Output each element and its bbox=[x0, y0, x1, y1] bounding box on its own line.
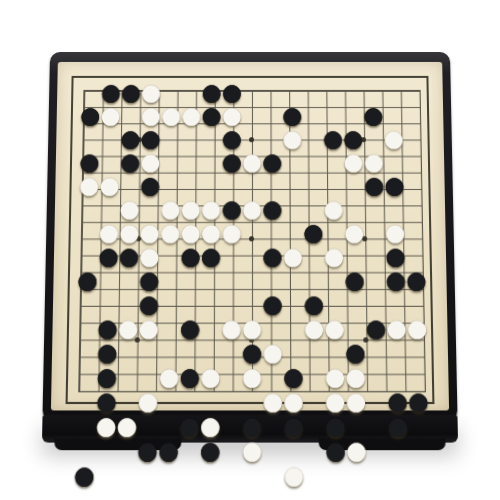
intersection[interactable]: ● bbox=[221, 317, 242, 341]
intersection[interactable] bbox=[425, 175, 432, 198]
black-stone[interactable]: ● bbox=[158, 438, 179, 463]
black-stone[interactable]: ● bbox=[120, 127, 141, 150]
white-stone[interactable]: ● bbox=[323, 197, 344, 221]
intersection[interactable] bbox=[283, 269, 304, 293]
intersection[interactable]: ● bbox=[119, 246, 140, 270]
intersection[interactable] bbox=[221, 366, 242, 390]
white-stone[interactable]: ● bbox=[221, 221, 241, 245]
intersection[interactable]: ● bbox=[385, 269, 406, 293]
intersection[interactable] bbox=[424, 105, 431, 128]
black-stone[interactable]: ● bbox=[283, 365, 304, 389]
intersection[interactable]: ● bbox=[180, 317, 201, 341]
intersection[interactable]: ● bbox=[282, 128, 302, 151]
intersection[interactable] bbox=[303, 128, 323, 151]
intersection[interactable] bbox=[427, 293, 434, 317]
intersection[interactable] bbox=[262, 415, 283, 440]
intersection[interactable]: ● bbox=[200, 439, 221, 464]
intersection[interactable] bbox=[426, 246, 433, 270]
white-stone[interactable]: ● bbox=[343, 150, 364, 173]
white-stone[interactable]: ● bbox=[95, 414, 116, 439]
white-stone[interactable]: ● bbox=[200, 414, 221, 439]
intersection[interactable] bbox=[76, 317, 97, 341]
intersection[interactable]: ● bbox=[407, 317, 428, 341]
black-stone[interactable]: ● bbox=[179, 365, 200, 389]
intersection[interactable]: ● bbox=[158, 439, 179, 464]
white-stone[interactable]: ● bbox=[242, 197, 262, 221]
intersection[interactable] bbox=[158, 464, 179, 489]
intersection[interactable] bbox=[325, 464, 346, 489]
intersection[interactable] bbox=[430, 464, 437, 489]
black-stone[interactable]: ● bbox=[262, 150, 282, 173]
black-stone[interactable]: ● bbox=[74, 463, 95, 488]
intersection[interactable] bbox=[181, 151, 201, 174]
intersection[interactable]: ● bbox=[406, 269, 427, 293]
intersection[interactable]: ● bbox=[262, 390, 283, 415]
white-stone[interactable]: ● bbox=[100, 104, 121, 127]
white-stone[interactable]: ● bbox=[138, 389, 159, 414]
white-stone[interactable]: ● bbox=[242, 150, 262, 173]
intersection[interactable] bbox=[304, 464, 325, 489]
white-stone[interactable]: ● bbox=[159, 365, 180, 389]
intersection[interactable]: ● bbox=[283, 246, 304, 270]
intersection[interactable] bbox=[383, 82, 404, 105]
intersection[interactable] bbox=[179, 439, 200, 464]
black-stone[interactable]: ● bbox=[139, 268, 160, 292]
intersection[interactable] bbox=[221, 439, 242, 464]
intersection[interactable] bbox=[323, 151, 344, 174]
black-stone[interactable]: ● bbox=[222, 81, 242, 104]
intersection[interactable] bbox=[263, 464, 284, 489]
intersection[interactable] bbox=[403, 82, 424, 105]
intersection[interactable]: ● bbox=[363, 105, 384, 128]
intersection[interactable] bbox=[304, 366, 325, 390]
black-stone[interactable]: ● bbox=[120, 150, 141, 173]
black-stone[interactable]: ● bbox=[408, 389, 429, 414]
black-stone[interactable]: ● bbox=[344, 268, 365, 292]
intersection[interactable]: ● bbox=[262, 342, 283, 366]
intersection[interactable] bbox=[76, 342, 97, 366]
intersection[interactable] bbox=[161, 151, 181, 174]
intersection[interactable] bbox=[180, 269, 201, 293]
white-stone[interactable]: ● bbox=[324, 244, 345, 268]
black-stone[interactable]: ● bbox=[202, 81, 222, 104]
intersection[interactable] bbox=[282, 151, 302, 174]
intersection[interactable] bbox=[386, 342, 407, 366]
intersection[interactable] bbox=[429, 415, 436, 440]
intersection[interactable] bbox=[403, 105, 424, 128]
white-stone[interactable]: ● bbox=[262, 340, 283, 364]
intersection[interactable]: ● bbox=[221, 222, 241, 246]
intersection[interactable] bbox=[366, 366, 387, 390]
black-stone[interactable]: ● bbox=[406, 268, 427, 292]
intersection[interactable] bbox=[283, 293, 304, 317]
black-stone[interactable]: ● bbox=[121, 81, 141, 104]
intersection[interactable] bbox=[408, 415, 429, 440]
intersection[interactable] bbox=[409, 439, 430, 464]
white-stone[interactable]: ● bbox=[160, 197, 181, 221]
intersection[interactable] bbox=[95, 439, 116, 464]
intersection[interactable]: ● bbox=[138, 390, 159, 415]
white-stone[interactable]: ● bbox=[262, 389, 283, 414]
white-stone[interactable]: ● bbox=[324, 316, 345, 340]
intersection[interactable] bbox=[428, 366, 435, 390]
white-stone[interactable]: ● bbox=[344, 221, 365, 245]
black-stone[interactable]: ● bbox=[325, 414, 346, 439]
white-stone[interactable]: ● bbox=[221, 316, 242, 340]
intersection[interactable] bbox=[221, 390, 242, 415]
intersection[interactable] bbox=[423, 82, 430, 105]
intersection[interactable] bbox=[322, 82, 342, 105]
white-stone[interactable]: ● bbox=[160, 221, 181, 245]
intersection[interactable] bbox=[427, 317, 434, 341]
intersection[interactable] bbox=[200, 293, 221, 317]
white-stone[interactable]: ● bbox=[345, 365, 366, 389]
intersection[interactable]: ● bbox=[120, 151, 141, 174]
intersection[interactable]: ● bbox=[323, 198, 344, 222]
intersection[interactable] bbox=[201, 151, 221, 174]
black-stone[interactable]: ● bbox=[222, 150, 242, 173]
intersection[interactable] bbox=[404, 151, 425, 174]
black-stone[interactable]: ● bbox=[97, 316, 118, 340]
intersection[interactable]: ● bbox=[99, 175, 120, 198]
black-stone[interactable]: ● bbox=[365, 316, 386, 340]
black-stone[interactable]: ● bbox=[96, 389, 117, 414]
intersection[interactable] bbox=[345, 293, 366, 317]
intersection[interactable]: ● bbox=[303, 222, 324, 246]
intersection[interactable] bbox=[160, 246, 181, 270]
intersection[interactable] bbox=[179, 464, 200, 489]
black-stone[interactable]: ● bbox=[283, 414, 304, 439]
white-stone[interactable]: ● bbox=[364, 150, 385, 173]
black-stone[interactable]: ● bbox=[345, 340, 366, 364]
intersection[interactable]: ● bbox=[242, 151, 262, 174]
black-stone[interactable]: ● bbox=[325, 438, 346, 463]
intersection[interactable] bbox=[407, 342, 428, 366]
white-stone[interactable]: ● bbox=[139, 244, 160, 268]
intersection[interactable]: ● bbox=[137, 439, 158, 464]
intersection[interactable] bbox=[324, 269, 345, 293]
intersection[interactable] bbox=[221, 246, 242, 270]
intersection[interactable] bbox=[425, 198, 432, 222]
intersection[interactable]: ● bbox=[79, 175, 100, 198]
black-stone[interactable]: ● bbox=[200, 438, 221, 463]
intersection[interactable] bbox=[200, 317, 221, 341]
intersection[interactable] bbox=[221, 464, 242, 489]
intersection[interactable] bbox=[138, 342, 159, 366]
white-stone[interactable]: ● bbox=[116, 414, 137, 439]
intersection[interactable] bbox=[116, 464, 137, 489]
black-stone[interactable]: ● bbox=[384, 174, 405, 197]
white-stone[interactable]: ● bbox=[407, 316, 428, 340]
intersection[interactable] bbox=[78, 198, 99, 222]
intersection[interactable] bbox=[242, 222, 262, 246]
intersection[interactable]: ● bbox=[159, 366, 180, 390]
intersection[interactable] bbox=[367, 439, 388, 464]
white-stone[interactable]: ● bbox=[118, 316, 139, 340]
intersection[interactable] bbox=[388, 464, 409, 489]
intersection[interactable]: ● bbox=[283, 464, 304, 489]
black-stone[interactable]: ● bbox=[97, 340, 118, 364]
intersection[interactable]: ● bbox=[408, 390, 429, 415]
intersection[interactable] bbox=[428, 342, 435, 366]
intersection[interactable]: ● bbox=[77, 269, 98, 293]
black-stone[interactable]: ● bbox=[303, 292, 324, 316]
white-stone[interactable]: ● bbox=[386, 316, 407, 340]
white-stone[interactable]: ● bbox=[384, 127, 405, 150]
black-stone[interactable]: ● bbox=[323, 127, 343, 150]
black-stone[interactable]: ● bbox=[262, 244, 283, 268]
intersection[interactable]: ● bbox=[262, 198, 282, 222]
intersection[interactable] bbox=[201, 269, 222, 293]
white-stone[interactable]: ● bbox=[99, 174, 120, 197]
intersection[interactable]: ● bbox=[325, 439, 346, 464]
intersection[interactable] bbox=[242, 269, 263, 293]
intersection[interactable] bbox=[201, 128, 221, 151]
intersection[interactable] bbox=[343, 82, 363, 105]
black-stone[interactable]: ● bbox=[101, 81, 121, 104]
intersection[interactable] bbox=[117, 342, 138, 366]
intersection[interactable]: ● bbox=[201, 105, 221, 128]
white-stone[interactable]: ● bbox=[385, 221, 406, 245]
white-stone[interactable]: ● bbox=[283, 389, 304, 414]
white-stone[interactable]: ● bbox=[181, 104, 201, 127]
black-stone[interactable]: ● bbox=[222, 127, 242, 150]
black-stone[interactable]: ● bbox=[387, 389, 408, 414]
intersection[interactable]: ● bbox=[364, 175, 385, 198]
intersection[interactable]: ● bbox=[262, 246, 283, 270]
intersection[interactable]: ● bbox=[181, 105, 201, 128]
intersection[interactable]: ● bbox=[95, 415, 116, 440]
intersection[interactable]: ● bbox=[384, 175, 405, 198]
intersection[interactable]: ● bbox=[242, 366, 263, 390]
intersection[interactable] bbox=[427, 269, 434, 293]
intersection[interactable] bbox=[242, 246, 263, 270]
intersection[interactable] bbox=[75, 366, 96, 390]
intersection[interactable] bbox=[405, 198, 426, 222]
intersection[interactable] bbox=[364, 222, 385, 246]
intersection[interactable] bbox=[366, 342, 387, 366]
intersection[interactable] bbox=[161, 128, 181, 151]
intersection[interactable] bbox=[200, 464, 221, 489]
black-stone[interactable]: ● bbox=[387, 414, 408, 439]
black-stone[interactable]: ● bbox=[201, 244, 222, 268]
intersection[interactable] bbox=[242, 82, 262, 105]
intersection[interactable] bbox=[304, 415, 325, 440]
intersection[interactable] bbox=[366, 390, 387, 415]
intersection[interactable] bbox=[304, 342, 325, 366]
intersection[interactable]: ● bbox=[100, 105, 121, 128]
intersection[interactable]: ● bbox=[262, 293, 283, 317]
intersection[interactable]: ● bbox=[179, 366, 200, 390]
intersection[interactable] bbox=[181, 128, 201, 151]
intersection[interactable] bbox=[221, 269, 242, 293]
intersection[interactable] bbox=[158, 390, 179, 415]
intersection[interactable] bbox=[303, 151, 323, 174]
white-stone[interactable]: ● bbox=[79, 174, 100, 197]
intersection[interactable] bbox=[365, 269, 386, 293]
intersection[interactable] bbox=[404, 128, 425, 151]
intersection[interactable]: ● bbox=[74, 464, 95, 489]
white-stone[interactable]: ● bbox=[119, 197, 140, 221]
white-stone[interactable]: ● bbox=[325, 389, 346, 414]
white-stone[interactable]: ● bbox=[98, 221, 119, 245]
white-stone[interactable]: ● bbox=[140, 150, 161, 173]
intersection[interactable] bbox=[388, 439, 409, 464]
black-stone[interactable]: ● bbox=[385, 244, 406, 268]
white-stone[interactable]: ● bbox=[346, 438, 367, 463]
intersection[interactable] bbox=[404, 175, 425, 198]
intersection[interactable]: ● bbox=[324, 317, 345, 341]
intersection[interactable]: ● bbox=[242, 198, 262, 222]
black-stone[interactable]: ● bbox=[137, 438, 158, 463]
intersection[interactable]: ● bbox=[80, 105, 101, 128]
intersection[interactable]: ● bbox=[116, 415, 137, 440]
intersection[interactable] bbox=[304, 439, 325, 464]
intersection[interactable]: ● bbox=[344, 222, 365, 246]
intersection[interactable] bbox=[242, 105, 262, 128]
intersection[interactable]: ● bbox=[324, 246, 345, 270]
black-stone[interactable]: ● bbox=[303, 221, 324, 245]
intersection[interactable]: ● bbox=[160, 222, 181, 246]
intersection[interactable]: ● bbox=[386, 317, 407, 341]
intersection[interactable] bbox=[430, 439, 437, 464]
intersection[interactable] bbox=[367, 464, 388, 489]
intersection[interactable] bbox=[159, 317, 180, 341]
intersection[interactable] bbox=[118, 269, 139, 293]
intersection[interactable]: ● bbox=[242, 439, 263, 464]
black-stone[interactable]: ● bbox=[221, 197, 241, 221]
black-stone[interactable]: ● bbox=[140, 127, 160, 150]
white-stone[interactable]: ● bbox=[141, 104, 161, 127]
intersection[interactable] bbox=[346, 464, 367, 489]
intersection[interactable]: ● bbox=[283, 415, 304, 440]
intersection[interactable] bbox=[302, 82, 322, 105]
intersection[interactable]: ● bbox=[121, 82, 141, 105]
intersection[interactable] bbox=[367, 415, 388, 440]
intersection[interactable] bbox=[159, 293, 180, 317]
intersection[interactable]: ● bbox=[161, 105, 181, 128]
intersection[interactable] bbox=[303, 175, 324, 198]
intersection[interactable] bbox=[283, 317, 304, 341]
intersection[interactable] bbox=[159, 269, 180, 293]
intersection[interactable]: ● bbox=[304, 317, 325, 341]
white-stone[interactable]: ● bbox=[242, 365, 263, 389]
white-stone[interactable]: ● bbox=[141, 81, 161, 104]
white-stone[interactable]: ● bbox=[201, 197, 221, 221]
black-stone[interactable]: ● bbox=[242, 340, 263, 364]
intersection[interactable] bbox=[405, 222, 426, 246]
intersection[interactable] bbox=[283, 175, 303, 198]
intersection[interactable]: ● bbox=[346, 390, 367, 415]
white-stone[interactable]: ● bbox=[283, 463, 304, 488]
intersection[interactable] bbox=[78, 222, 99, 246]
intersection[interactable]: ● bbox=[222, 151, 242, 174]
intersection[interactable]: ● bbox=[140, 175, 161, 198]
white-stone[interactable]: ● bbox=[139, 221, 160, 245]
intersection[interactable] bbox=[137, 464, 158, 489]
white-stone[interactable]: ● bbox=[181, 197, 202, 221]
intersection[interactable] bbox=[343, 175, 364, 198]
intersection[interactable] bbox=[302, 105, 322, 128]
black-stone[interactable]: ● bbox=[262, 197, 282, 221]
intersection[interactable] bbox=[364, 198, 385, 222]
intersection[interactable] bbox=[100, 128, 121, 151]
intersection[interactable] bbox=[283, 198, 304, 222]
white-stone[interactable]: ● bbox=[242, 438, 263, 463]
intersection[interactable] bbox=[75, 390, 96, 415]
black-stone[interactable]: ● bbox=[180, 316, 201, 340]
white-stone[interactable]: ● bbox=[138, 316, 159, 340]
black-stone[interactable]: ● bbox=[282, 104, 302, 127]
white-stone[interactable]: ● bbox=[282, 127, 302, 150]
intersection[interactable]: ● bbox=[387, 415, 408, 440]
intersection[interactable] bbox=[424, 151, 431, 174]
intersection[interactable] bbox=[429, 390, 436, 415]
black-stone[interactable]: ● bbox=[79, 150, 100, 173]
intersection[interactable] bbox=[409, 464, 430, 489]
intersection[interactable] bbox=[75, 415, 96, 440]
intersection[interactable]: ● bbox=[118, 317, 139, 341]
black-stone[interactable]: ● bbox=[363, 104, 383, 127]
intersection[interactable] bbox=[365, 246, 386, 270]
white-stone[interactable]: ● bbox=[242, 316, 263, 340]
intersection[interactable] bbox=[221, 342, 242, 366]
black-stone[interactable]: ● bbox=[262, 292, 283, 316]
white-stone[interactable]: ● bbox=[201, 221, 222, 245]
intersection[interactable]: ● bbox=[344, 269, 365, 293]
intersection[interactable] bbox=[426, 222, 433, 246]
intersection[interactable] bbox=[262, 105, 282, 128]
black-stone[interactable]: ● bbox=[77, 268, 98, 292]
intersection[interactable] bbox=[117, 366, 138, 390]
white-stone[interactable]: ● bbox=[346, 389, 367, 414]
intersection[interactable] bbox=[98, 269, 119, 293]
intersection[interactable]: ● bbox=[346, 439, 367, 464]
black-stone[interactable]: ● bbox=[96, 365, 117, 389]
black-stone[interactable]: ● bbox=[343, 127, 364, 150]
intersection[interactable] bbox=[263, 439, 284, 464]
intersection[interactable]: ● bbox=[98, 246, 119, 270]
intersection[interactable] bbox=[221, 415, 242, 440]
white-stone[interactable]: ● bbox=[200, 365, 221, 389]
black-stone[interactable]: ● bbox=[80, 104, 101, 127]
intersection[interactable]: ● bbox=[138, 317, 159, 341]
intersection[interactable]: ● bbox=[384, 128, 405, 151]
intersection[interactable] bbox=[262, 82, 282, 105]
black-stone[interactable]: ● bbox=[364, 174, 385, 197]
black-stone[interactable]: ● bbox=[98, 244, 119, 268]
intersection[interactable]: ● bbox=[323, 128, 343, 151]
black-stone[interactable]: ● bbox=[201, 104, 221, 127]
white-stone[interactable]: ● bbox=[222, 104, 242, 127]
black-stone[interactable]: ● bbox=[179, 414, 200, 439]
white-stone[interactable]: ● bbox=[161, 104, 181, 127]
black-stone[interactable]: ● bbox=[242, 414, 263, 439]
white-stone[interactable]: ● bbox=[119, 221, 140, 245]
black-stone[interactable]: ● bbox=[140, 174, 161, 197]
intersection[interactable] bbox=[424, 128, 431, 151]
intersection[interactable]: ● bbox=[179, 415, 200, 440]
black-stone[interactable]: ● bbox=[180, 244, 201, 268]
intersection[interactable] bbox=[95, 464, 116, 489]
white-stone[interactable]: ● bbox=[283, 244, 304, 268]
intersection[interactable] bbox=[77, 293, 98, 317]
black-stone[interactable]: ● bbox=[119, 244, 140, 268]
intersection[interactable]: ● bbox=[343, 151, 364, 174]
white-stone[interactable]: ● bbox=[180, 221, 201, 245]
intersection[interactable] bbox=[242, 464, 263, 489]
intersection[interactable]: ● bbox=[262, 151, 282, 174]
